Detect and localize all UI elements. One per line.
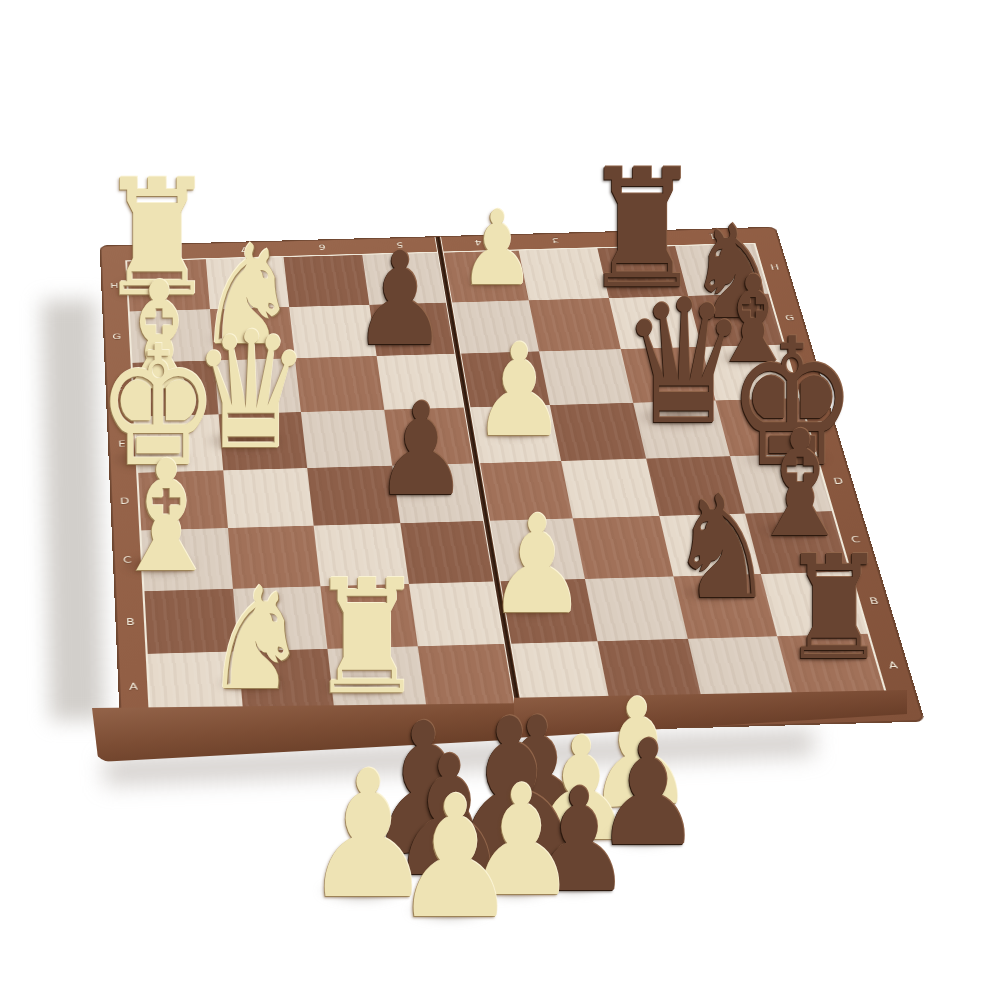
piece-cream-P-e4[interactable]: ♟ [472,327,566,455]
piece-cream-N-a7[interactable]: ♞ [204,569,308,710]
file-label-left-B: B [118,616,142,627]
piece-cream-P-b4[interactable]: ♟ [487,497,587,633]
piece-walnut-P-g5[interactable]: ♟ [353,235,448,364]
captured-pawn-cream-4[interactable]: ♟ [393,773,517,942]
piece-cream-P-h4[interactable]: ♟ [459,197,535,300]
piece-walnut-P-d5[interactable]: ♟ [374,386,468,514]
board-cast-shadow-left [42,299,105,720]
square-c3[interactable] [573,516,673,579]
piece-walnut-N-b2[interactable]: ♞ [669,476,774,619]
rank-label-far-3: 3 [545,236,567,245]
file-label-left-A: A [121,681,145,693]
photo-scene: HHGGFFEEDDCCBBAA8877665544332211 ♜♝♞♚♛♝♞… [0,0,1000,1000]
rank-label-far-6: 6 [311,243,332,252]
piece-walnut-R-a1[interactable]: ♜ [781,536,887,680]
